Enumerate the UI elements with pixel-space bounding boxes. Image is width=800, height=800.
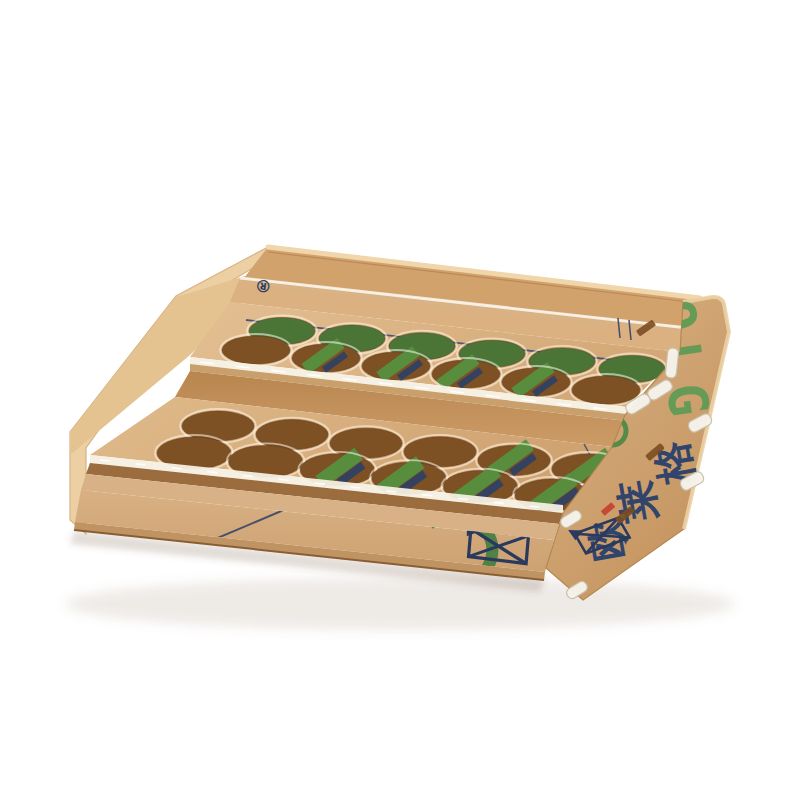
registered-mark: ® [253, 275, 273, 297]
acrylic-tab [665, 348, 679, 379]
bottle-hole [220, 334, 292, 366]
rack-illustration: ® OLG 欧 莱 格 [0, 0, 800, 800]
product-photo: ® OLG 欧 莱 格 [0, 0, 800, 800]
floor-shadow [65, 578, 735, 630]
